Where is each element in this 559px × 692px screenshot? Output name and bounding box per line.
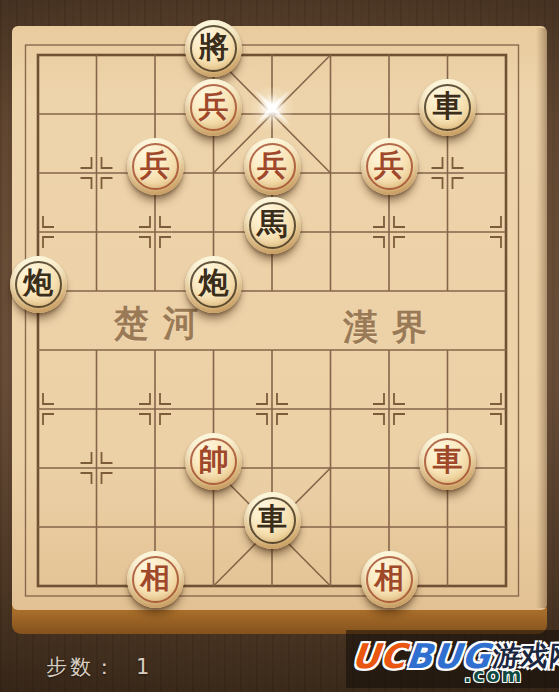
piece-glyph: 兵 — [140, 150, 170, 180]
xiangqi-game-screen: 楚河 漢界 將兵車兵兵兵馬炮炮帥車車相相 步数：1 UCBUG游戏网 .com — [0, 0, 559, 692]
move-counter: 步数：1 — [46, 653, 149, 681]
piece-red-soldier[interactable]: 兵 — [244, 138, 301, 195]
piece-glyph: 車 — [433, 91, 463, 121]
piece-black-cannon[interactable]: 炮 — [185, 256, 242, 313]
piece-red-elephant[interactable]: 相 — [361, 551, 418, 608]
piece-black-cannon[interactable]: 炮 — [10, 256, 67, 313]
river-label-right: 漢界 — [343, 304, 441, 351]
piece-glyph: 炮 — [23, 268, 53, 298]
watermark-uc-text: UC — [350, 636, 409, 676]
ucbug-logo: UCBUG游戏网 — [350, 636, 559, 676]
piece-black-chariot[interactable]: 車 — [419, 79, 476, 136]
piece-glyph: 車 — [433, 445, 463, 475]
piece-red-chariot[interactable]: 車 — [419, 433, 476, 490]
piece-glyph: 馬 — [257, 209, 287, 239]
piece-glyph: 兵 — [374, 150, 404, 180]
watermark-tld-text: .com — [464, 664, 523, 686]
piece-glyph: 兵 — [199, 91, 229, 121]
ucbug-watermark: UCBUG游戏网 .com — [346, 630, 559, 688]
piece-glyph: 兵 — [257, 150, 287, 180]
piece-black-chariot[interactable]: 車 — [244, 492, 301, 549]
piece-red-elephant[interactable]: 相 — [127, 551, 184, 608]
piece-glyph: 相 — [374, 563, 404, 593]
piece-red-soldier[interactable]: 兵 — [361, 138, 418, 195]
piece-red-soldier[interactable]: 兵 — [185, 79, 242, 136]
piece-red-soldier[interactable]: 兵 — [127, 138, 184, 195]
piece-glyph: 相 — [140, 563, 170, 593]
piece-glyph: 車 — [257, 504, 287, 534]
move-counter-value: 1 — [136, 655, 149, 679]
move-counter-label: 步数： — [46, 655, 118, 679]
piece-black-general[interactable]: 將 — [185, 20, 242, 77]
piece-glyph: 帥 — [199, 445, 229, 475]
piece-black-horse[interactable]: 馬 — [244, 197, 301, 254]
piece-glyph: 將 — [199, 32, 229, 62]
piece-red-general[interactable]: 帥 — [185, 433, 242, 490]
piece-glyph: 炮 — [199, 268, 229, 298]
